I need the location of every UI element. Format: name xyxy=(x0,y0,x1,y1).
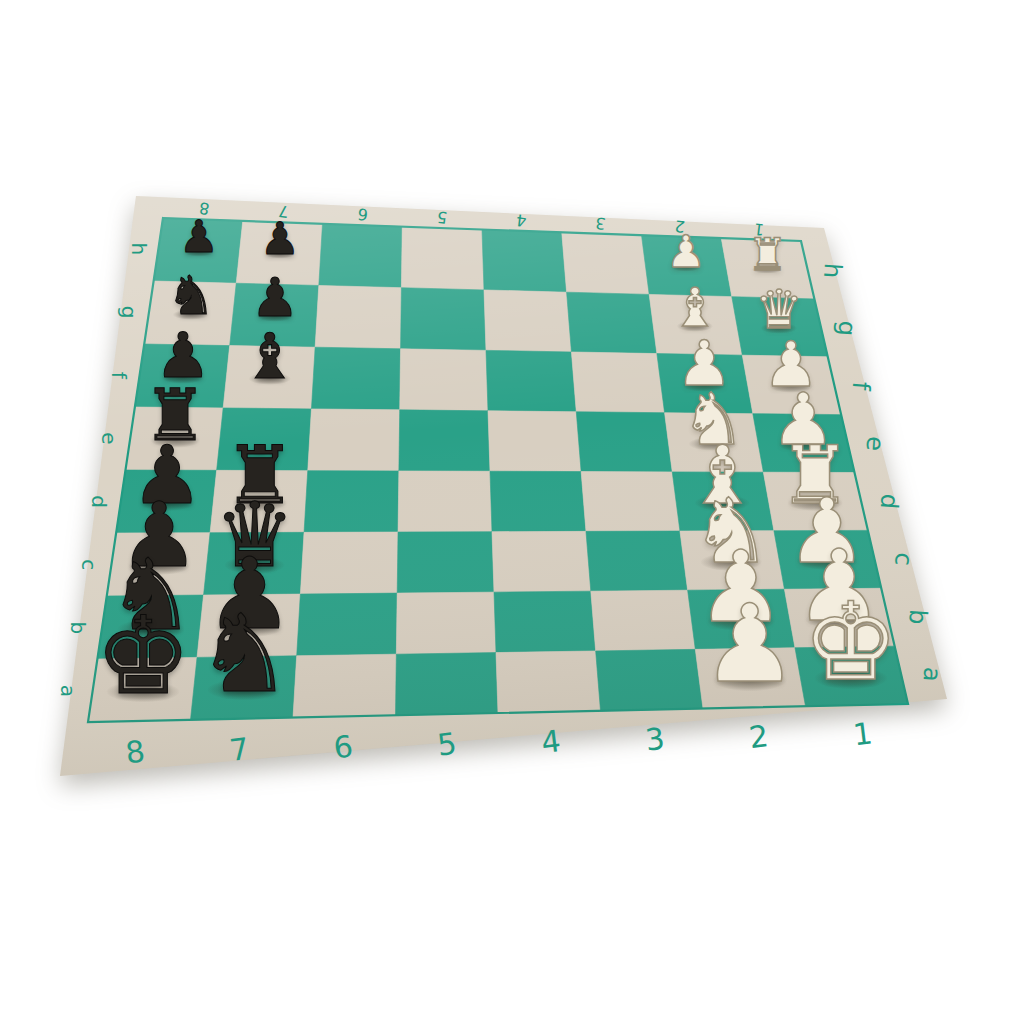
square-f5[interactable] xyxy=(400,349,488,411)
square-f4[interactable] xyxy=(486,350,576,411)
square-a6[interactable] xyxy=(293,654,396,717)
file-label-right-e: e xyxy=(861,435,890,452)
white-pawn-h2[interactable]: ♟ xyxy=(666,230,706,275)
file-label-right-d: d xyxy=(875,493,904,510)
black-king-a8[interactable]: ♚ xyxy=(95,601,191,709)
black-pawn-g7[interactable]: ♟ xyxy=(251,271,299,325)
square-a4[interactable] xyxy=(496,651,601,713)
rank-label-bottom-3: 3 xyxy=(643,721,666,758)
black-knight-g8[interactable]: ♞ xyxy=(167,270,215,324)
square-g3[interactable] xyxy=(567,292,657,353)
square-h5[interactable] xyxy=(401,227,484,290)
file-label-left-c: c xyxy=(77,559,101,570)
square-g4[interactable] xyxy=(484,290,571,352)
white-rook-h1[interactable]: ♜ xyxy=(747,232,787,277)
file-label-left-g: g xyxy=(117,306,141,319)
square-e5[interactable] xyxy=(399,410,490,471)
file-label-right-g: g xyxy=(832,320,861,337)
black-pawn-h7[interactable]: ♟ xyxy=(260,217,300,262)
square-c5[interactable] xyxy=(397,532,494,593)
file-label-right-a: a xyxy=(918,666,947,683)
file-label-left-f: f xyxy=(107,372,131,380)
rank-label-top-4: 4 xyxy=(515,210,527,230)
square-a3[interactable] xyxy=(596,649,703,710)
white-pawn-a2[interactable]: ♟ xyxy=(702,590,798,698)
rank-label-bottom-1: 1 xyxy=(851,715,874,752)
white-king-a1[interactable]: ♚ xyxy=(803,588,899,696)
square-b6[interactable] xyxy=(297,593,398,656)
square-b5[interactable] xyxy=(396,592,496,654)
square-a5[interactable] xyxy=(396,653,499,716)
rank-label-bottom-2: 2 xyxy=(747,718,770,755)
rank-label-top-3: 3 xyxy=(594,213,606,233)
square-g6[interactable] xyxy=(315,285,401,348)
square-c3[interactable] xyxy=(586,531,688,591)
file-label-left-b: b xyxy=(66,621,90,634)
square-e4[interactable] xyxy=(488,411,581,472)
square-h3[interactable] xyxy=(562,232,649,294)
square-g5[interactable] xyxy=(401,288,486,351)
square-h4[interactable] xyxy=(482,230,567,293)
square-b4[interactable] xyxy=(494,591,596,652)
square-f3[interactable] xyxy=(571,352,664,413)
square-e6[interactable] xyxy=(308,409,400,471)
square-f6[interactable] xyxy=(311,347,400,410)
square-e3[interactable] xyxy=(576,412,672,472)
black-pawn-h8[interactable]: ♟ xyxy=(179,214,219,259)
square-d4[interactable] xyxy=(490,471,586,531)
file-label-right-c: c xyxy=(889,552,918,567)
black-bishop-f7[interactable]: ♝ xyxy=(242,326,298,389)
chessboard-scene: 88hh77gg66ff55ee44dd33cc22bb11aa ♚♞♟♟♜♟♞… xyxy=(0,0,1024,1024)
file-label-left-h: h xyxy=(127,243,151,256)
square-d3[interactable] xyxy=(581,472,680,532)
file-label-left-a: a xyxy=(56,685,80,697)
file-label-left-d: d xyxy=(87,495,111,508)
file-label-left-e: e xyxy=(97,432,121,444)
square-d6[interactable] xyxy=(304,471,399,533)
square-c4[interactable] xyxy=(492,531,591,592)
file-label-right-h: h xyxy=(818,262,847,279)
square-h6[interactable] xyxy=(319,224,402,288)
square-b3[interactable] xyxy=(591,590,696,651)
black-knight-a7[interactable]: ♞ xyxy=(196,599,292,707)
file-label-right-b: b xyxy=(903,608,932,625)
square-d5[interactable] xyxy=(398,471,492,532)
square-c6[interactable] xyxy=(300,532,398,594)
